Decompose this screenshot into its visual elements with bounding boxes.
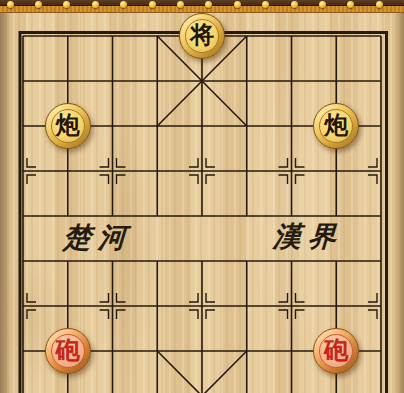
black-piece-face: 将 (185, 19, 219, 53)
red-piece-face: 砲 (51, 334, 85, 368)
stud-icon (92, 1, 99, 8)
stud-icon (7, 1, 14, 8)
red-cannon-left[interactable]: 砲 (45, 328, 91, 374)
stud-icon (376, 1, 383, 8)
rail-amber-strip (0, 6, 404, 13)
board-grid[interactable]: 将炮炮砲砲 (1, 14, 404, 393)
black-cannon-left[interactable]: 炮 (45, 103, 91, 149)
red-cannon-right[interactable]: 砲 (313, 328, 359, 374)
black-cannon-right[interactable]: 炮 (313, 103, 359, 149)
stud-icon (35, 1, 42, 8)
black-general[interactable]: 将 (179, 13, 225, 59)
decorative-top-rail (0, 0, 404, 12)
stud-icon (234, 1, 241, 8)
stud-icon (149, 1, 156, 8)
stud-icon (177, 1, 184, 8)
stud-icon (291, 1, 298, 8)
stud-icon (319, 1, 326, 8)
piece-glyph: 炮 (324, 113, 348, 137)
piece-glyph: 炮 (56, 113, 80, 137)
red-piece-face: 砲 (319, 334, 353, 368)
piece-glyph: 将 (190, 23, 214, 47)
black-piece-face: 炮 (51, 109, 85, 143)
black-piece-face: 炮 (319, 109, 353, 143)
xiangqi-board-screen: 楚河 漢界 将炮炮砲砲 (0, 0, 404, 393)
piece-glyph: 砲 (56, 338, 80, 362)
piece-glyph: 砲 (324, 338, 348, 362)
